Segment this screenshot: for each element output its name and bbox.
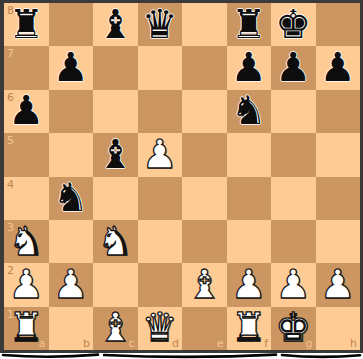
square-g1[interactable]: g♚: [271, 307, 316, 350]
square-a7[interactable]: 7: [4, 46, 49, 89]
piece-black-knight: ♞: [231, 90, 267, 130]
piece-black-rook: ♜: [231, 4, 267, 44]
chess-diagram: 8♜♝♛♜♚7♟♟♟♟6♟♞5♝♟4♞3♞♞2♟♟♝♟♟♟1a♜bc♝d♛ef♜…: [0, 0, 363, 359]
board-shadow: [0, 353, 363, 359]
piece-white-bishop: ♝: [97, 307, 133, 347]
square-a1[interactable]: 1a♜: [4, 307, 49, 350]
file-label-b: b: [83, 338, 90, 349]
square-f2[interactable]: ♟: [227, 263, 272, 306]
square-f1[interactable]: f♜: [227, 307, 272, 350]
piece-black-pawn: ♟: [320, 47, 356, 87]
piece-white-knight: ♞: [8, 221, 44, 261]
square-f8[interactable]: ♜: [227, 3, 272, 46]
piece-white-bishop: ♝: [186, 264, 222, 304]
rank-label-5: 5: [7, 135, 14, 146]
square-c2[interactable]: [93, 263, 138, 306]
piece-black-knight: ♞: [53, 177, 89, 217]
square-e6[interactable]: [182, 90, 227, 133]
square-f5[interactable]: [227, 133, 272, 176]
square-e3[interactable]: [182, 220, 227, 263]
square-c3[interactable]: ♞: [93, 220, 138, 263]
square-a2[interactable]: 2♟: [4, 263, 49, 306]
piece-white-pawn: ♟: [231, 264, 267, 304]
square-a6[interactable]: 6♟: [4, 90, 49, 133]
square-a3[interactable]: 3♞: [4, 220, 49, 263]
square-c7[interactable]: [93, 46, 138, 89]
square-h1[interactable]: h: [316, 307, 361, 350]
square-e8[interactable]: [182, 3, 227, 46]
rank-label-4: 4: [7, 179, 14, 190]
piece-black-pawn: ♟: [8, 90, 44, 130]
rank-label-7: 7: [7, 48, 14, 59]
square-e7[interactable]: [182, 46, 227, 89]
square-c5[interactable]: ♝: [93, 133, 138, 176]
piece-white-pawn: ♟: [320, 264, 356, 304]
square-d7[interactable]: [138, 46, 183, 89]
square-d5[interactable]: ♟: [138, 133, 183, 176]
square-b5[interactable]: [49, 133, 94, 176]
square-g8[interactable]: ♚: [271, 3, 316, 46]
square-c6[interactable]: [93, 90, 138, 133]
square-h5[interactable]: [316, 133, 361, 176]
piece-white-pawn: ♟: [8, 264, 44, 304]
piece-black-queen: ♛: [142, 4, 178, 44]
board-grid: 8♜♝♛♜♚7♟♟♟♟6♟♞5♝♟4♞3♞♞2♟♟♝♟♟♟1a♜bc♝d♛ef♜…: [4, 3, 360, 350]
square-b7[interactable]: ♟: [49, 46, 94, 89]
piece-white-pawn: ♟: [53, 264, 89, 304]
file-label-h: h: [350, 338, 357, 349]
square-g6[interactable]: [271, 90, 316, 133]
square-b4[interactable]: ♞: [49, 177, 94, 220]
square-f3[interactable]: [227, 220, 272, 263]
square-h7[interactable]: ♟: [316, 46, 361, 89]
square-g7[interactable]: ♟: [271, 46, 316, 89]
file-label-e: e: [217, 338, 224, 349]
square-f4[interactable]: [227, 177, 272, 220]
square-h3[interactable]: [316, 220, 361, 263]
square-h4[interactable]: [316, 177, 361, 220]
piece-white-pawn: ♟: [275, 264, 311, 304]
square-d1[interactable]: d♛: [138, 307, 183, 350]
piece-black-bishop: ♝: [97, 4, 133, 44]
piece-white-queen: ♛: [142, 307, 178, 347]
piece-white-king: ♚: [275, 307, 311, 347]
square-b8[interactable]: [49, 3, 94, 46]
piece-black-pawn: ♟: [53, 47, 89, 87]
piece-black-pawn: ♟: [275, 47, 311, 87]
square-a8[interactable]: 8♜: [4, 3, 49, 46]
board-frame: 8♜♝♛♜♚7♟♟♟♟6♟♞5♝♟4♞3♞♞2♟♟♝♟♟♟1a♜bc♝d♛ef♜…: [0, 0, 363, 353]
square-h6[interactable]: [316, 90, 361, 133]
square-d4[interactable]: [138, 177, 183, 220]
square-b6[interactable]: [49, 90, 94, 133]
square-g5[interactable]: [271, 133, 316, 176]
square-a4[interactable]: 4: [4, 177, 49, 220]
square-d2[interactable]: [138, 263, 183, 306]
square-g3[interactable]: [271, 220, 316, 263]
square-e1[interactable]: e: [182, 307, 227, 350]
piece-white-knight: ♞: [97, 221, 133, 261]
square-h2[interactable]: ♟: [316, 263, 361, 306]
square-f6[interactable]: ♞: [227, 90, 272, 133]
shadow-squiggle: [0, 353, 363, 359]
square-d6[interactable]: [138, 90, 183, 133]
piece-white-pawn: ♟: [142, 134, 178, 174]
square-b3[interactable]: [49, 220, 94, 263]
square-c4[interactable]: [93, 177, 138, 220]
square-e2[interactable]: ♝: [182, 263, 227, 306]
square-h8[interactable]: [316, 3, 361, 46]
piece-black-king: ♚: [275, 4, 311, 44]
square-c1[interactable]: c♝: [93, 307, 138, 350]
square-b1[interactable]: b: [49, 307, 94, 350]
square-a5[interactable]: 5: [4, 133, 49, 176]
square-e4[interactable]: [182, 177, 227, 220]
square-b2[interactable]: ♟: [49, 263, 94, 306]
piece-black-rook: ♜: [8, 4, 44, 44]
square-d3[interactable]: [138, 220, 183, 263]
piece-black-bishop: ♝: [97, 134, 133, 174]
square-g2[interactable]: ♟: [271, 263, 316, 306]
piece-white-rook: ♜: [8, 307, 44, 347]
square-d8[interactable]: ♛: [138, 3, 183, 46]
square-e5[interactable]: [182, 133, 227, 176]
piece-black-pawn: ♟: [231, 47, 267, 87]
square-f7[interactable]: ♟: [227, 46, 272, 89]
square-g4[interactable]: [271, 177, 316, 220]
piece-white-rook: ♜: [231, 307, 267, 347]
square-c8[interactable]: ♝: [93, 3, 138, 46]
